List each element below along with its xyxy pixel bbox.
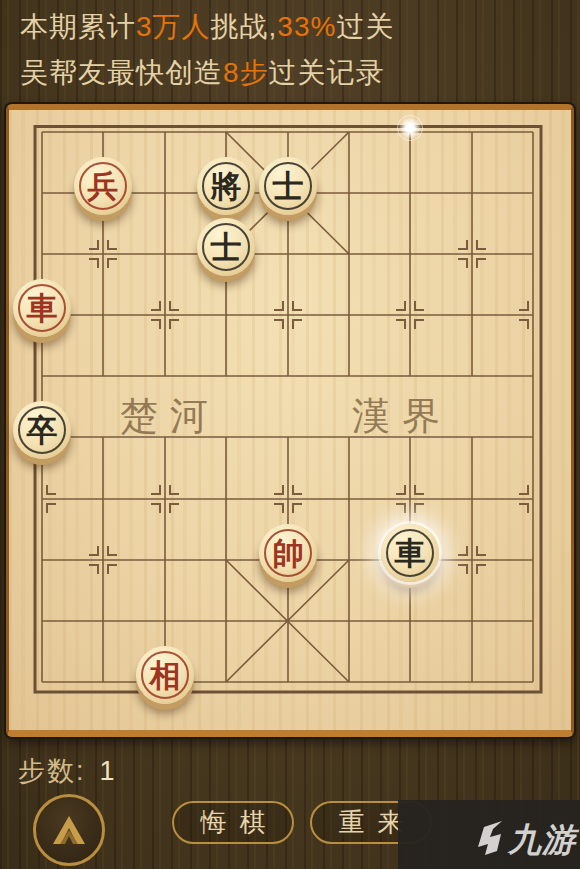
undo-button-label: 悔棋 — [188, 805, 279, 840]
piece-black-6-7[interactable]: 車 — [381, 524, 439, 582]
stat-text: 挑战, — [211, 11, 278, 42]
collapse-button[interactable] — [33, 794, 105, 866]
piece-black-3-1[interactable]: 將 — [197, 157, 255, 215]
piece-red-1-1[interactable]: 兵 — [74, 157, 132, 215]
piece-black-0-5[interactable]: 卒 — [13, 401, 71, 459]
piece-red-2-9[interactable]: 相 — [136, 646, 194, 704]
stat-text: 吴帮友最快创造 — [20, 57, 223, 88]
piece-red-4-7[interactable]: 帥 — [259, 524, 317, 582]
stat-text: 本期累计 — [20, 11, 136, 42]
stat-highlight: 3万人 — [136, 11, 211, 42]
move-counter-value: 1 — [100, 756, 117, 786]
mountain-chevron-up-icon — [47, 810, 91, 850]
watermark-overlay: 九游 — [398, 800, 580, 869]
app-screen: 本期累计3万人挑战,33%过关 吴帮友最快创造8步过关记录 楚河 漢界 兵將士士… — [0, 0, 580, 869]
record-stats-line2: 吴帮友最快创造8步过关记录 — [20, 54, 385, 92]
stat-highlight: 33% — [277, 11, 336, 42]
stat-text: 过关记录 — [269, 57, 385, 88]
move-counter: 步数:1 — [18, 753, 117, 789]
move-counter-label: 步数: — [18, 756, 86, 786]
piece-black-4-1[interactable]: 士 — [259, 157, 317, 215]
stat-text: 过关 — [336, 11, 394, 42]
undo-button[interactable]: 悔棋 — [172, 801, 294, 844]
piece-red-0-3[interactable]: 車 — [13, 279, 71, 337]
challenge-stats-line1: 本期累计3万人挑战,33%过关 — [20, 8, 394, 46]
jiuyou-logo-text: 九游 — [508, 818, 576, 863]
stat-highlight: 8步 — [223, 57, 269, 88]
piece-black-3-2[interactable]: 士 — [197, 218, 255, 276]
jiuyou-logo: 九游 — [476, 818, 576, 863]
jiuyou-logo-icon — [476, 819, 504, 863]
